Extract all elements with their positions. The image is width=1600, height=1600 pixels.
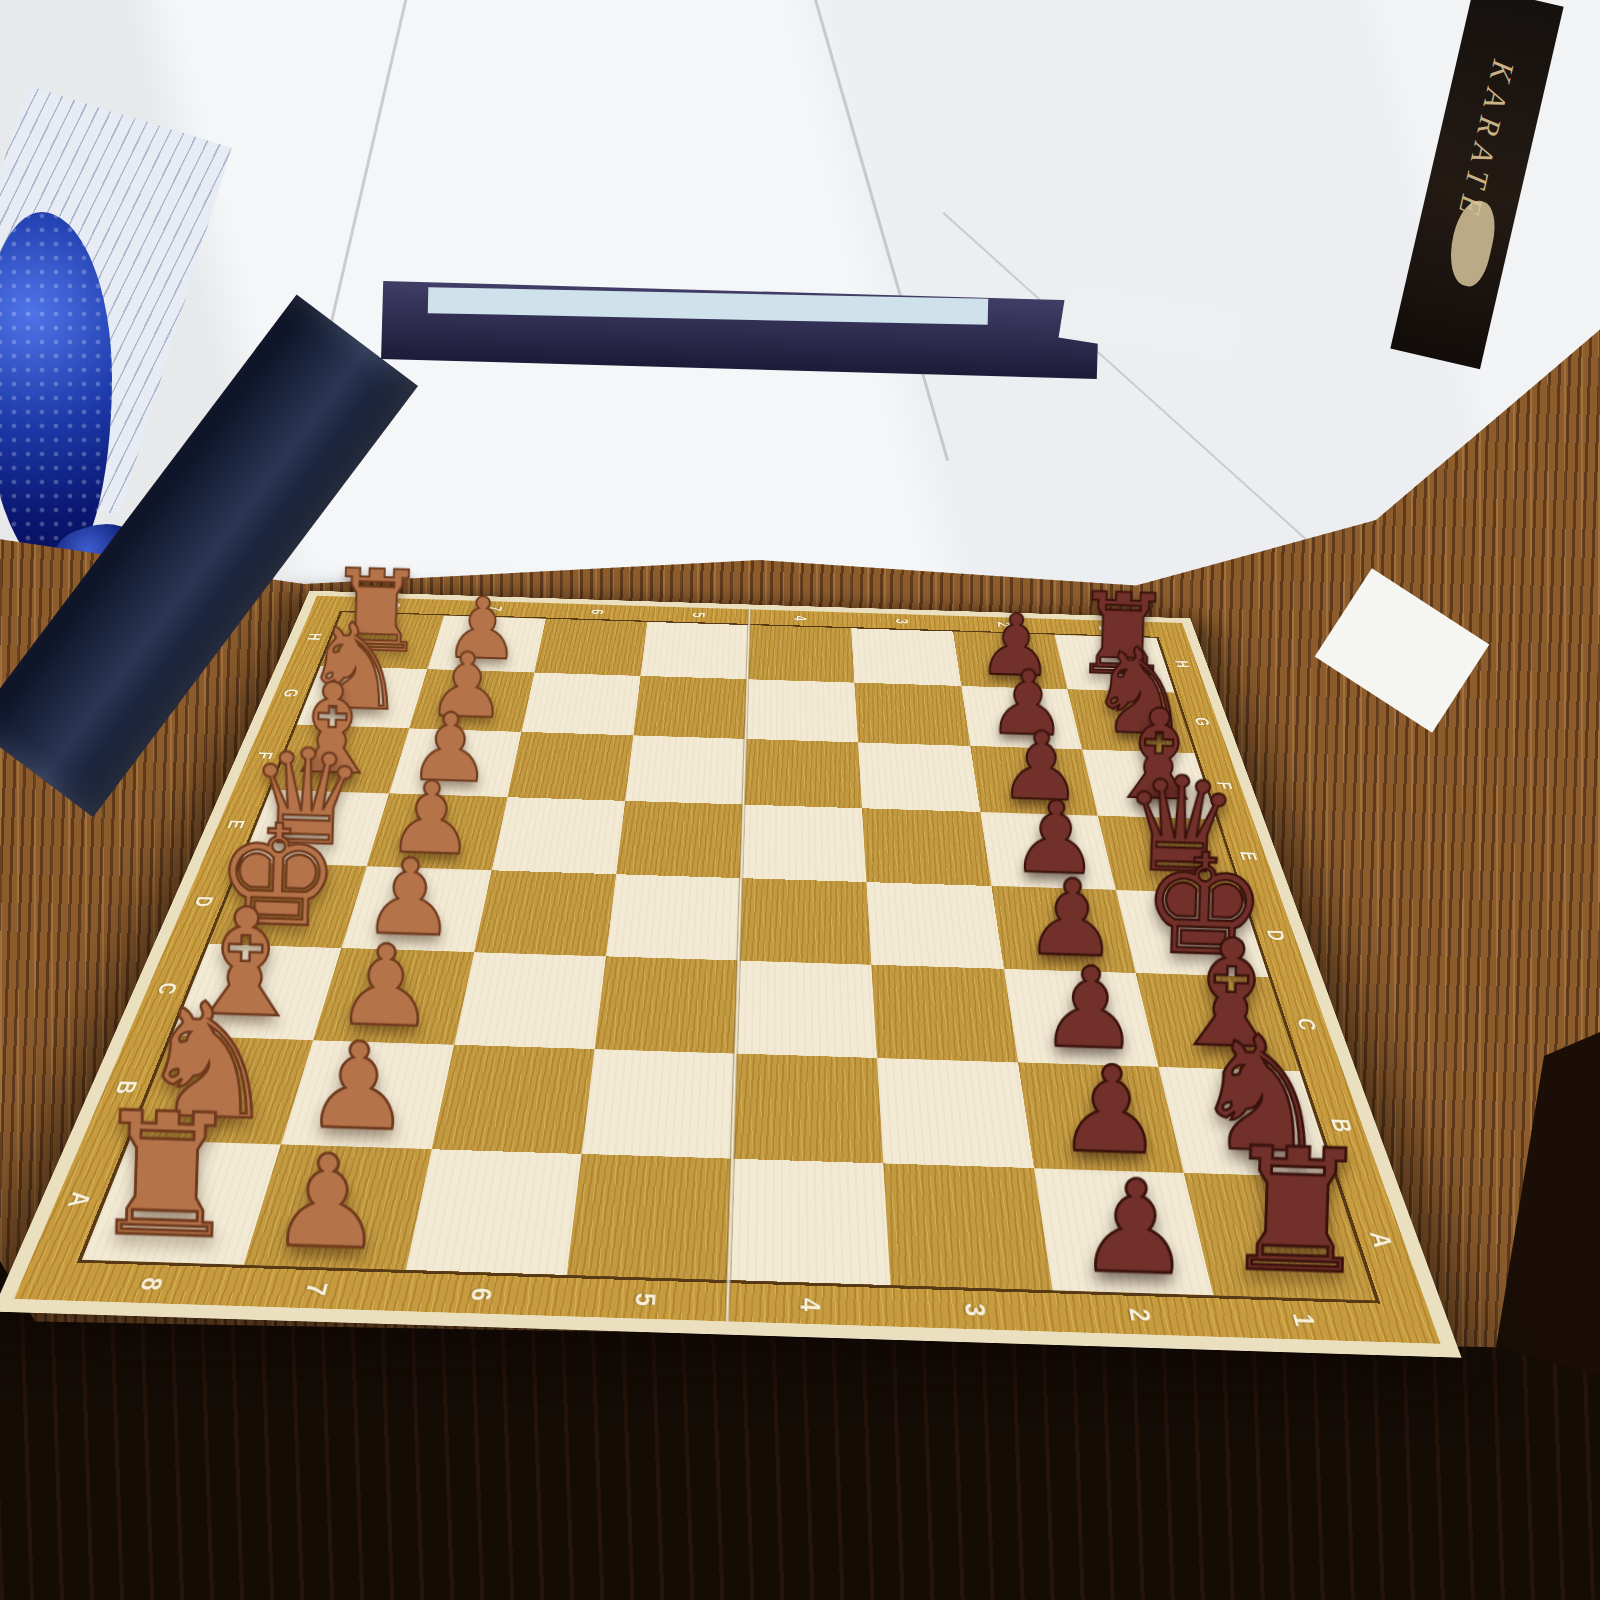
square-d3 [866, 882, 1003, 969]
black-pawn: ♟ [1052, 1161, 1218, 1294]
board-surface: 87654321 87654321 HGFEDCBA HGFEDCBA ♜♟♟♜… [0, 591, 1462, 1358]
coord-label-4: 4 [786, 593, 816, 645]
square-c3 [871, 965, 1018, 1063]
square-a3 [883, 1164, 1052, 1291]
chessboard: 87654321 87654321 HGFEDCBA HGFEDCBA ♜♟♟♜… [0, 0, 1508, 1358]
square-d5 [606, 874, 741, 960]
square-a2: ♟ [1034, 1168, 1214, 1295]
square-f5 [625, 735, 745, 804]
square-b6 [431, 1044, 595, 1154]
square-g6 [521, 672, 640, 735]
square-f4 [744, 739, 862, 809]
square-b3 [877, 1058, 1034, 1169]
square-e3 [862, 808, 991, 886]
square-g4 [746, 679, 858, 742]
photo-scene: KARATE 87654321 87654321 HGFEDCBA HGFEDC… [0, 0, 1600, 1600]
coord-label-3: 3 [885, 596, 920, 648]
square-a5 [567, 1154, 732, 1280]
square-e6 [491, 797, 625, 874]
square-f6 [507, 732, 633, 801]
square-e4 [741, 805, 866, 882]
square-f3 [858, 742, 980, 812]
square-d4 [739, 878, 871, 964]
white-pawn: ♟ [244, 1135, 410, 1268]
square-b4 [732, 1053, 883, 1163]
black-rook: ♜ [1213, 1124, 1380, 1299]
square-b5 [582, 1049, 736, 1159]
square-d6 [474, 870, 617, 956]
white-rook: ♜ [83, 1089, 250, 1264]
coord-label-5: 5 [682, 590, 715, 642]
square-g3 [854, 683, 970, 746]
square-g5 [633, 676, 747, 739]
square-e5 [616, 801, 743, 878]
square-a7: ♟ [244, 1145, 432, 1270]
